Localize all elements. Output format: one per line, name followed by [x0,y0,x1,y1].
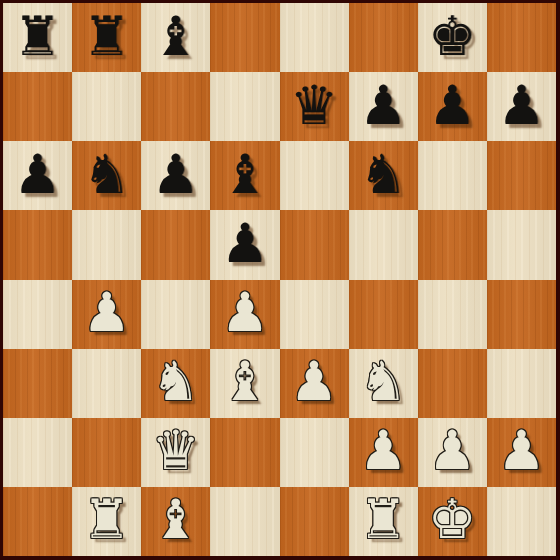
square-f6[interactable]: ♞ [349,141,418,210]
square-h7[interactable]: ♟ [487,72,556,141]
square-d5[interactable]: ♟ [210,210,279,279]
piece-white-rook: ♜ [359,493,407,547]
square-a6[interactable]: ♟ [3,141,72,210]
square-h4[interactable] [487,280,556,349]
square-g1[interactable]: ♚ [418,487,487,556]
square-c6[interactable]: ♟ [141,141,210,210]
piece-white-pawn: ♟ [359,424,407,478]
piece-white-bishop: ♝ [152,493,200,547]
square-f8[interactable] [349,3,418,72]
piece-black-pawn: ♟ [152,148,200,202]
square-b4[interactable]: ♟ [72,280,141,349]
square-d2[interactable] [210,418,279,487]
piece-white-pawn: ♟ [221,286,269,340]
square-h8[interactable] [487,3,556,72]
piece-black-knight: ♞ [359,148,407,202]
piece-white-queen: ♛ [152,424,200,478]
piece-black-bishop: ♝ [152,10,200,64]
piece-black-knight: ♞ [82,148,130,202]
square-b8[interactable]: ♜ [72,3,141,72]
square-f1[interactable]: ♜ [349,487,418,556]
square-h2[interactable]: ♟ [487,418,556,487]
square-g3[interactable] [418,349,487,418]
square-c1[interactable]: ♝ [141,487,210,556]
piece-black-king: ♚ [428,10,476,64]
square-c2[interactable]: ♛ [141,418,210,487]
chess-diagram: ♜♜♝♚♛♟♟♟♟♞♟♝♞♟♟♟♞♝♟♞♛♟♟♟♜♝♜♚ [0,0,560,560]
square-a7[interactable] [3,72,72,141]
square-d6[interactable]: ♝ [210,141,279,210]
square-a5[interactable] [3,210,72,279]
square-g5[interactable] [418,210,487,279]
square-e6[interactable] [280,141,349,210]
square-e7[interactable]: ♛ [280,72,349,141]
square-a1[interactable] [3,487,72,556]
square-d7[interactable] [210,72,279,141]
square-b6[interactable]: ♞ [72,141,141,210]
square-b1[interactable]: ♜ [72,487,141,556]
square-e3[interactable]: ♟ [280,349,349,418]
square-f3[interactable]: ♞ [349,349,418,418]
square-h3[interactable] [487,349,556,418]
square-e5[interactable] [280,210,349,279]
square-f4[interactable] [349,280,418,349]
piece-black-rook: ♜ [13,10,61,64]
square-c3[interactable]: ♞ [141,349,210,418]
square-c7[interactable] [141,72,210,141]
piece-black-pawn: ♟ [428,79,476,133]
piece-white-rook: ♜ [82,493,130,547]
square-a3[interactable] [3,349,72,418]
square-h6[interactable] [487,141,556,210]
square-f5[interactable] [349,210,418,279]
square-c5[interactable] [141,210,210,279]
square-h5[interactable] [487,210,556,279]
square-a8[interactable]: ♜ [3,3,72,72]
square-e1[interactable] [280,487,349,556]
piece-black-pawn: ♟ [497,79,545,133]
square-b7[interactable] [72,72,141,141]
square-h1[interactable] [487,487,556,556]
piece-white-knight: ♞ [152,355,200,409]
square-g2[interactable]: ♟ [418,418,487,487]
square-a2[interactable] [3,418,72,487]
square-d8[interactable] [210,3,279,72]
square-c8[interactable]: ♝ [141,3,210,72]
square-f7[interactable]: ♟ [349,72,418,141]
piece-black-queen: ♛ [290,79,338,133]
piece-black-rook: ♜ [82,10,130,64]
square-g6[interactable] [418,141,487,210]
piece-white-pawn: ♟ [82,286,130,340]
piece-black-pawn: ♟ [221,217,269,271]
piece-white-pawn: ♟ [290,355,338,409]
square-d3[interactable]: ♝ [210,349,279,418]
piece-white-king: ♚ [428,493,476,547]
piece-white-bishop: ♝ [221,355,269,409]
square-f2[interactable]: ♟ [349,418,418,487]
piece-white-pawn: ♟ [497,424,545,478]
square-b2[interactable] [72,418,141,487]
piece-black-bishop: ♝ [221,148,269,202]
piece-black-pawn: ♟ [359,79,407,133]
square-g7[interactable]: ♟ [418,72,487,141]
square-b3[interactable] [72,349,141,418]
square-e8[interactable] [280,3,349,72]
piece-white-knight: ♞ [359,355,407,409]
piece-black-pawn: ♟ [13,148,61,202]
chess-board: ♜♜♝♚♛♟♟♟♟♞♟♝♞♟♟♟♞♝♟♞♛♟♟♟♜♝♜♚ [0,0,560,560]
square-b5[interactable] [72,210,141,279]
square-e2[interactable] [280,418,349,487]
square-g8[interactable]: ♚ [418,3,487,72]
square-d4[interactable]: ♟ [210,280,279,349]
square-c4[interactable] [141,280,210,349]
square-g4[interactable] [418,280,487,349]
square-e4[interactable] [280,280,349,349]
piece-white-pawn: ♟ [428,424,476,478]
square-a4[interactable] [3,280,72,349]
square-d1[interactable] [210,487,279,556]
